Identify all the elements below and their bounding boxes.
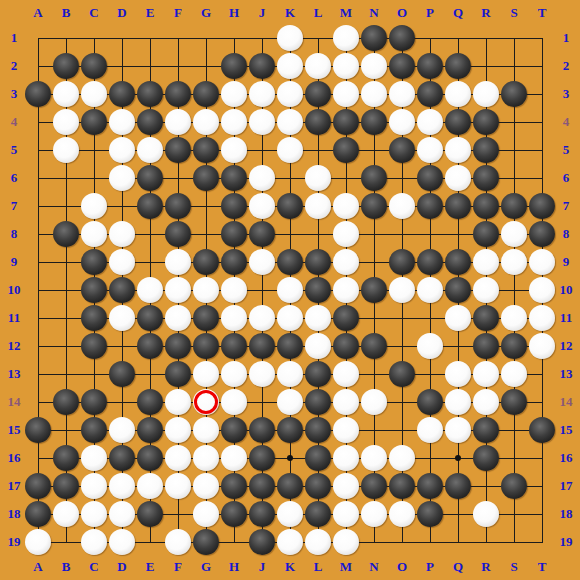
black-stone-B17	[53, 473, 79, 499]
col-label-bottom-P: P	[416, 558, 444, 576]
row-label-right-18: 18	[553, 505, 579, 523]
col-label-top-F: F	[164, 4, 192, 22]
white-stone-T10	[529, 277, 555, 303]
white-stone-S13	[501, 361, 527, 387]
white-stone-M7	[333, 193, 359, 219]
black-stone-E15	[137, 417, 163, 443]
row-label-left-19: 19	[1, 533, 27, 551]
black-stone-J12	[249, 333, 275, 359]
star-point-Q16	[455, 455, 461, 461]
white-stone-D4	[109, 109, 135, 135]
col-label-top-S: S	[500, 4, 528, 22]
col-label-top-H: H	[220, 4, 248, 22]
white-stone-F14	[165, 389, 191, 415]
black-stone-L3	[305, 81, 331, 107]
black-stone-G6	[193, 165, 219, 191]
row-label-right-3: 3	[553, 85, 579, 103]
black-stone-R7	[473, 193, 499, 219]
black-stone-D16	[109, 445, 135, 471]
white-stone-H14	[221, 389, 247, 415]
black-stone-A17	[25, 473, 51, 499]
black-stone-K15	[277, 417, 303, 443]
black-stone-T8	[529, 221, 555, 247]
row-label-right-13: 13	[553, 365, 579, 383]
white-stone-L6	[305, 165, 331, 191]
white-stone-F9	[165, 249, 191, 275]
white-stone-K4	[277, 109, 303, 135]
black-stone-G12	[193, 333, 219, 359]
white-stone-R3	[473, 81, 499, 107]
black-stone-P14	[417, 389, 443, 415]
black-stone-A15	[25, 417, 51, 443]
black-stone-E16	[137, 445, 163, 471]
black-stone-K12	[277, 333, 303, 359]
white-stone-K1	[277, 25, 303, 51]
black-stone-C10	[81, 277, 107, 303]
black-stone-R11	[473, 305, 499, 331]
white-stone-K11	[277, 305, 303, 331]
black-stone-S3	[501, 81, 527, 107]
row-label-left-5: 5	[1, 141, 27, 159]
black-stone-O5	[389, 137, 415, 163]
white-stone-O10	[389, 277, 415, 303]
black-stone-L4	[305, 109, 331, 135]
black-stone-C9	[81, 249, 107, 275]
black-stone-J8	[249, 221, 275, 247]
white-stone-M8	[333, 221, 359, 247]
black-stone-F12	[165, 333, 191, 359]
row-label-left-10: 10	[1, 281, 27, 299]
black-stone-G5	[193, 137, 219, 163]
white-stone-S9	[501, 249, 527, 275]
col-label-top-D: D	[108, 4, 136, 22]
black-stone-Q9	[445, 249, 471, 275]
white-stone-N14	[361, 389, 387, 415]
white-stone-R18	[473, 501, 499, 527]
white-stone-K2	[277, 53, 303, 79]
row-label-left-15: 15	[1, 421, 27, 439]
black-stone-H18	[221, 501, 247, 527]
white-stone-P15	[417, 417, 443, 443]
row-label-left-16: 16	[1, 449, 27, 467]
white-stone-B4	[53, 109, 79, 135]
row-label-left-9: 9	[1, 253, 27, 271]
row-label-left-8: 8	[1, 225, 27, 243]
black-stone-R5	[473, 137, 499, 163]
row-label-right-10: 10	[553, 281, 579, 299]
white-stone-J9	[249, 249, 275, 275]
row-label-right-2: 2	[553, 57, 579, 75]
white-stone-P4	[417, 109, 443, 135]
black-stone-C15	[81, 417, 107, 443]
col-label-top-E: E	[136, 4, 164, 22]
black-stone-G11	[193, 305, 219, 331]
black-stone-S12	[501, 333, 527, 359]
white-stone-O16	[389, 445, 415, 471]
white-stone-D19	[109, 529, 135, 555]
white-stone-O7	[389, 193, 415, 219]
col-label-top-A: A	[24, 4, 52, 22]
row-label-right-19: 19	[553, 533, 579, 551]
black-stone-E18	[137, 501, 163, 527]
white-stone-Q5	[445, 137, 471, 163]
row-label-left-13: 13	[1, 365, 27, 383]
black-stone-C14	[81, 389, 107, 415]
black-stone-K17	[277, 473, 303, 499]
black-stone-D10	[109, 277, 135, 303]
row-label-left-1: 1	[1, 29, 27, 47]
white-stone-H16	[221, 445, 247, 471]
black-stone-N12	[361, 333, 387, 359]
white-stone-J6	[249, 165, 275, 191]
black-stone-F7	[165, 193, 191, 219]
black-stone-Q7	[445, 193, 471, 219]
white-stone-H13	[221, 361, 247, 387]
black-stone-G3	[193, 81, 219, 107]
white-stone-M3	[333, 81, 359, 107]
black-stone-B16	[53, 445, 79, 471]
black-stone-J16	[249, 445, 275, 471]
black-stone-A3	[25, 81, 51, 107]
black-stone-J19	[249, 529, 275, 555]
white-stone-C3	[81, 81, 107, 107]
black-stone-F5	[165, 137, 191, 163]
white-stone-M2	[333, 53, 359, 79]
white-stone-L19	[305, 529, 331, 555]
white-stone-G4	[193, 109, 219, 135]
white-stone-D5	[109, 137, 135, 163]
row-label-right-12: 12	[553, 337, 579, 355]
black-stone-R4	[473, 109, 499, 135]
white-stone-Q3	[445, 81, 471, 107]
black-stone-C11	[81, 305, 107, 331]
col-label-bottom-M: M	[332, 558, 360, 576]
white-stone-F16	[165, 445, 191, 471]
white-stone-P5	[417, 137, 443, 163]
black-stone-F8	[165, 221, 191, 247]
white-stone-K18	[277, 501, 303, 527]
black-stone-S17	[501, 473, 527, 499]
row-label-right-11: 11	[553, 309, 579, 327]
col-label-top-R: R	[472, 4, 500, 22]
black-stone-F13	[165, 361, 191, 387]
white-stone-M19	[333, 529, 359, 555]
black-stone-L17	[305, 473, 331, 499]
black-stone-E4	[137, 109, 163, 135]
white-stone-H10	[221, 277, 247, 303]
white-stone-R13	[473, 361, 499, 387]
black-stone-E12	[137, 333, 163, 359]
white-stone-O3	[389, 81, 415, 107]
white-stone-K10	[277, 277, 303, 303]
white-stone-K5	[277, 137, 303, 163]
white-stone-D15	[109, 417, 135, 443]
white-stone-D9	[109, 249, 135, 275]
white-stone-G18	[193, 501, 219, 527]
white-stone-H3	[221, 81, 247, 107]
white-stone-R9	[473, 249, 499, 275]
row-label-right-1: 1	[553, 29, 579, 47]
col-label-bottom-A: A	[24, 558, 52, 576]
black-stone-Q4	[445, 109, 471, 135]
white-stone-J7	[249, 193, 275, 219]
white-stone-E5	[137, 137, 163, 163]
white-stone-F19	[165, 529, 191, 555]
col-label-top-T: T	[528, 4, 556, 22]
white-stone-D6	[109, 165, 135, 191]
row-label-right-5: 5	[553, 141, 579, 159]
row-label-left-12: 12	[1, 337, 27, 355]
white-stone-F11	[165, 305, 191, 331]
black-stone-P2	[417, 53, 443, 79]
col-label-top-G: G	[192, 4, 220, 22]
black-stone-H8	[221, 221, 247, 247]
row-label-right-6: 6	[553, 169, 579, 187]
col-label-bottom-S: S	[500, 558, 528, 576]
white-stone-M16	[333, 445, 359, 471]
white-stone-Q11	[445, 305, 471, 331]
black-stone-E14	[137, 389, 163, 415]
white-stone-C17	[81, 473, 107, 499]
white-stone-G15	[193, 417, 219, 443]
row-label-left-14: 14	[1, 393, 27, 411]
black-stone-M11	[333, 305, 359, 331]
black-stone-P18	[417, 501, 443, 527]
black-stone-O13	[389, 361, 415, 387]
black-stone-N6	[361, 165, 387, 191]
white-stone-P10	[417, 277, 443, 303]
black-stone-N10	[361, 277, 387, 303]
black-stone-H2	[221, 53, 247, 79]
white-stone-M17	[333, 473, 359, 499]
col-label-bottom-N: N	[360, 558, 388, 576]
white-stone-K19	[277, 529, 303, 555]
white-stone-F10	[165, 277, 191, 303]
white-stone-D11	[109, 305, 135, 331]
row-label-left-6: 6	[1, 169, 27, 187]
black-stone-C12	[81, 333, 107, 359]
white-stone-D8	[109, 221, 135, 247]
white-stone-O4	[389, 109, 415, 135]
black-stone-N7	[361, 193, 387, 219]
white-stone-C8	[81, 221, 107, 247]
black-stone-K7	[277, 193, 303, 219]
white-stone-C19	[81, 529, 107, 555]
white-stone-G10	[193, 277, 219, 303]
black-stone-T7	[529, 193, 555, 219]
white-stone-J3	[249, 81, 275, 107]
col-label-top-N: N	[360, 4, 388, 22]
black-stone-Q17	[445, 473, 471, 499]
col-label-bottom-E: E	[136, 558, 164, 576]
black-stone-K9	[277, 249, 303, 275]
white-stone-N16	[361, 445, 387, 471]
white-stone-D17	[109, 473, 135, 499]
white-stone-T11	[529, 305, 555, 331]
white-stone-M18	[333, 501, 359, 527]
white-stone-P12	[417, 333, 443, 359]
white-stone-B3	[53, 81, 79, 107]
col-label-bottom-L: L	[304, 558, 332, 576]
col-label-top-B: B	[52, 4, 80, 22]
white-stone-M1	[333, 25, 359, 51]
col-label-bottom-F: F	[164, 558, 192, 576]
row-label-left-17: 17	[1, 477, 27, 495]
black-stone-P6	[417, 165, 443, 191]
black-stone-L9	[305, 249, 331, 275]
black-stone-N17	[361, 473, 387, 499]
white-stone-Q15	[445, 417, 471, 443]
black-stone-O17	[389, 473, 415, 499]
black-stone-E3	[137, 81, 163, 107]
black-stone-E11	[137, 305, 163, 331]
black-stone-L15	[305, 417, 331, 443]
row-label-right-9: 9	[553, 253, 579, 271]
white-stone-E10	[137, 277, 163, 303]
black-stone-F3	[165, 81, 191, 107]
black-stone-H9	[221, 249, 247, 275]
black-stone-L14	[305, 389, 331, 415]
white-stone-C7	[81, 193, 107, 219]
black-stone-L13	[305, 361, 331, 387]
black-stone-A18	[25, 501, 51, 527]
col-label-top-M: M	[332, 4, 360, 22]
black-stone-L16	[305, 445, 331, 471]
col-label-bottom-J: J	[248, 558, 276, 576]
row-label-left-18: 18	[1, 505, 27, 523]
white-stone-G13	[193, 361, 219, 387]
white-stone-O18	[389, 501, 415, 527]
black-stone-S7	[501, 193, 527, 219]
row-label-left-2: 2	[1, 57, 27, 75]
black-stone-H7	[221, 193, 247, 219]
white-stone-G14	[193, 389, 219, 415]
black-stone-H15	[221, 417, 247, 443]
white-stone-K3	[277, 81, 303, 107]
white-stone-F17	[165, 473, 191, 499]
black-stone-L10	[305, 277, 331, 303]
black-stone-G19	[193, 529, 219, 555]
black-stone-S14	[501, 389, 527, 415]
white-stone-H5	[221, 137, 247, 163]
col-label-bottom-R: R	[472, 558, 500, 576]
white-stone-D18	[109, 501, 135, 527]
white-stone-L7	[305, 193, 331, 219]
white-stone-F15	[165, 417, 191, 443]
black-stone-H6	[221, 165, 247, 191]
black-stone-D3	[109, 81, 135, 107]
white-stone-M14	[333, 389, 359, 415]
col-label-top-C: C	[80, 4, 108, 22]
white-stone-M9	[333, 249, 359, 275]
white-stone-L11	[305, 305, 331, 331]
white-stone-N18	[361, 501, 387, 527]
row-label-right-15: 15	[553, 421, 579, 439]
white-stone-J4	[249, 109, 275, 135]
black-stone-O1	[389, 25, 415, 51]
white-stone-Q14	[445, 389, 471, 415]
black-stone-P7	[417, 193, 443, 219]
black-stone-E6	[137, 165, 163, 191]
col-label-bottom-T: T	[528, 558, 556, 576]
row-label-right-7: 7	[553, 197, 579, 215]
white-stone-L12	[305, 333, 331, 359]
row-label-right-16: 16	[553, 449, 579, 467]
white-stone-M15	[333, 417, 359, 443]
row-label-right-17: 17	[553, 477, 579, 495]
white-stone-E17	[137, 473, 163, 499]
black-stone-B14	[53, 389, 79, 415]
white-stone-S11	[501, 305, 527, 331]
white-stone-B18	[53, 501, 79, 527]
black-stone-P3	[417, 81, 443, 107]
col-label-top-L: L	[304, 4, 332, 22]
white-stone-T9	[529, 249, 555, 275]
col-label-bottom-K: K	[276, 558, 304, 576]
white-stone-J11	[249, 305, 275, 331]
white-stone-T12	[529, 333, 555, 359]
black-stone-N4	[361, 109, 387, 135]
black-stone-J18	[249, 501, 275, 527]
col-label-top-J: J	[248, 4, 276, 22]
black-stone-B8	[53, 221, 79, 247]
col-label-bottom-D: D	[108, 558, 136, 576]
white-stone-K14	[277, 389, 303, 415]
black-stone-O9	[389, 249, 415, 275]
col-label-bottom-G: G	[192, 558, 220, 576]
white-stone-C16	[81, 445, 107, 471]
white-stone-F4	[165, 109, 191, 135]
row-label-left-4: 4	[1, 113, 27, 131]
white-stone-J13	[249, 361, 275, 387]
col-label-top-O: O	[388, 4, 416, 22]
col-label-bottom-Q: Q	[444, 558, 472, 576]
white-stone-K13	[277, 361, 303, 387]
row-label-left-3: 3	[1, 85, 27, 103]
black-stone-M5	[333, 137, 359, 163]
black-stone-C4	[81, 109, 107, 135]
black-stone-L18	[305, 501, 331, 527]
black-stone-E7	[137, 193, 163, 219]
black-stone-P9	[417, 249, 443, 275]
black-stone-O2	[389, 53, 415, 79]
row-label-left-7: 7	[1, 197, 27, 215]
last-move-marker	[194, 390, 218, 414]
black-stone-J15	[249, 417, 275, 443]
white-stone-R10	[473, 277, 499, 303]
white-stone-B5	[53, 137, 79, 163]
black-stone-R8	[473, 221, 499, 247]
black-stone-G9	[193, 249, 219, 275]
black-stone-P17	[417, 473, 443, 499]
black-stone-R15	[473, 417, 499, 443]
white-stone-A19	[25, 529, 51, 555]
black-stone-B2	[53, 53, 79, 79]
col-label-bottom-O: O	[388, 558, 416, 576]
white-stone-L2	[305, 53, 331, 79]
col-label-top-K: K	[276, 4, 304, 22]
black-stone-N1	[361, 25, 387, 51]
white-stone-H11	[221, 305, 247, 331]
col-label-bottom-B: B	[52, 558, 80, 576]
black-stone-C2	[81, 53, 107, 79]
col-label-bottom-C: C	[80, 558, 108, 576]
black-stone-H17	[221, 473, 247, 499]
row-label-right-14: 14	[553, 393, 579, 411]
row-label-left-11: 11	[1, 309, 27, 327]
black-stone-Q2	[445, 53, 471, 79]
black-stone-T15	[529, 417, 555, 443]
